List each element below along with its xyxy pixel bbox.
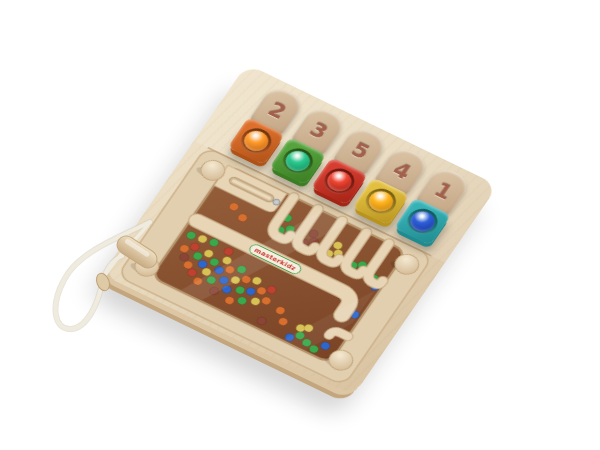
product-photo-scene: 23541 masterkidz [0,0,600,450]
game-board: 23541 masterkidz [102,64,498,396]
board-wrap: 23541 masterkidz [102,64,498,396]
maze-svg [102,64,498,396]
